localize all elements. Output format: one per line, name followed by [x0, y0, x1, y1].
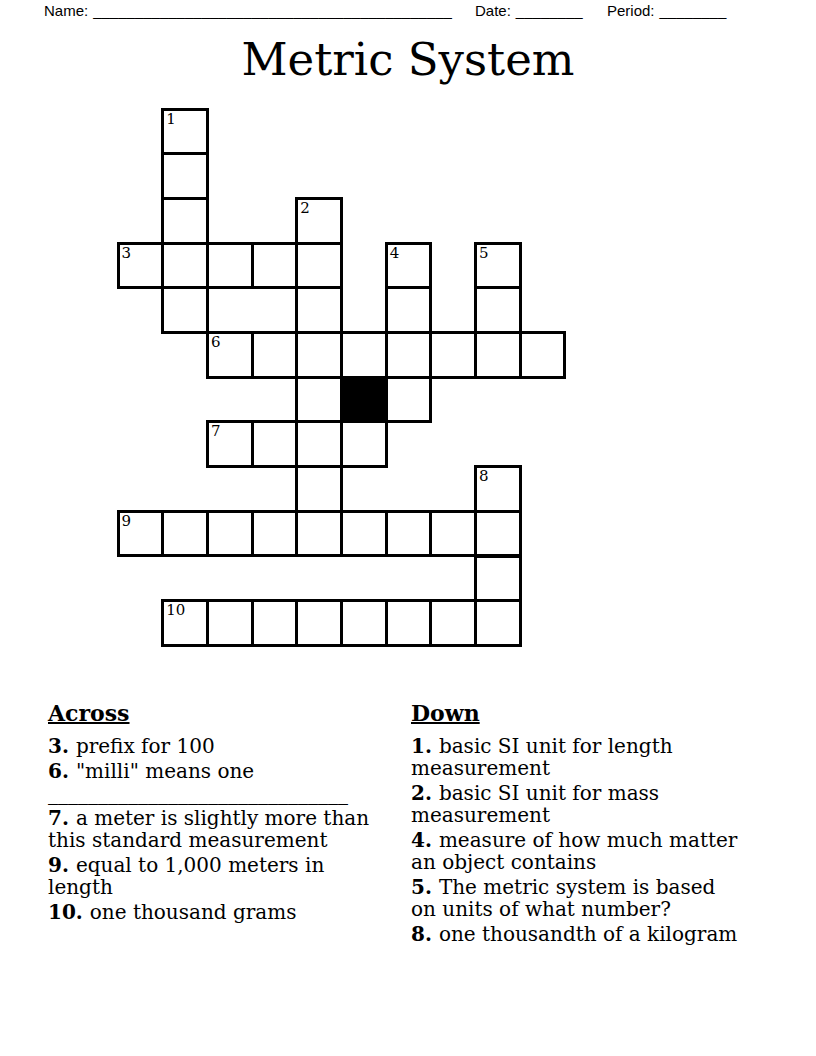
grid-cell[interactable]	[295, 376, 343, 424]
grid-cell[interactable]	[429, 599, 477, 647]
down-clue-4-number: 4.	[411, 828, 432, 852]
down-clue-1-text: basic SI unit for length measurement	[411, 734, 673, 780]
grid-cell[interactable]	[519, 331, 567, 379]
grid-cell[interactable]	[295, 510, 343, 558]
grid-cell[interactable]	[385, 599, 433, 647]
grid-cell[interactable]	[251, 599, 299, 647]
across-clue-7-number: 7.	[48, 806, 69, 830]
clue-number: 7	[211, 423, 221, 439]
across-heading: Across	[48, 700, 400, 726]
clue-number: 5	[479, 245, 489, 261]
down-clue-1: 1.basic SI unit for length measurement	[411, 735, 785, 779]
grid-cell[interactable]	[340, 420, 388, 468]
grid-cell[interactable]	[474, 286, 522, 334]
grid-cell[interactable]: 10	[161, 599, 209, 647]
grid-cell[interactable]: 6	[206, 331, 254, 379]
across-clue-6-number: 6.	[48, 759, 69, 783]
grid-cell[interactable]	[295, 420, 343, 468]
grid-cell[interactable]	[295, 331, 343, 379]
across-clue-6: 6."milli" means one ____________________…	[48, 760, 400, 804]
down-clue-2: 2.basic SI unit for mass measurement	[411, 782, 785, 826]
grid-cell[interactable]: 9	[117, 510, 165, 558]
across-clues: Across 3.prefix for 100 6."milli" means …	[48, 700, 400, 926]
name-label: Name:	[44, 2, 88, 19]
period-blank[interactable]: ________	[660, 2, 727, 19]
grid-cell[interactable]	[161, 286, 209, 334]
name-field: Name:___________________________________…	[44, 2, 452, 20]
down-clue-1-number: 1.	[411, 734, 432, 758]
grid-cell[interactable]	[340, 331, 388, 379]
across-clue-9: 9.equal to 1,000 meters in length	[48, 854, 400, 898]
name-blank[interactable]: ________________________________________…	[93, 2, 452, 19]
date-label: Date:	[475, 2, 511, 19]
clue-number: 4	[390, 245, 400, 261]
across-clue-10: 10.one thousand grams	[48, 901, 400, 923]
across-clue-7: 7.a meter is slightly more than this sta…	[48, 807, 400, 851]
grid-cell[interactable]	[474, 599, 522, 647]
clue-number: 2	[300, 200, 310, 216]
clue-number: 6	[211, 334, 221, 350]
grid-cell[interactable]	[385, 331, 433, 379]
across-clue-3: 3.prefix for 100	[48, 735, 400, 757]
grid-cell[interactable]	[295, 242, 343, 290]
grid-cell[interactable]	[474, 555, 522, 603]
grid-cell[interactable]	[474, 510, 522, 558]
grid-cell[interactable]: 7	[206, 420, 254, 468]
across-clue-3-number: 3.	[48, 734, 69, 758]
grid-cell[interactable]	[206, 510, 254, 558]
across-clue-7-text: a meter is slightly more than this stand…	[48, 806, 369, 852]
page-title: Metric System	[0, 33, 816, 87]
grid-cell[interactable]	[385, 510, 433, 558]
clue-number: 9	[122, 513, 132, 529]
down-clues: Down 1.basic SI unit for length measurem…	[411, 700, 785, 948]
clue-number: 8	[479, 468, 489, 484]
down-clue-8-number: 8.	[411, 922, 432, 946]
worksheet-page: Name:___________________________________…	[0, 0, 816, 1056]
grid-cell[interactable]: 1	[161, 108, 209, 156]
grid-cell[interactable]	[251, 510, 299, 558]
down-clue-5-text: The metric system is based on units of w…	[411, 875, 715, 921]
down-clue-2-number: 2.	[411, 781, 432, 805]
across-clue-10-number: 10.	[48, 900, 83, 924]
down-clue-8: 8.one thousandth of a kilogram	[411, 923, 785, 945]
grid-cell[interactable]	[251, 420, 299, 468]
grid-cell[interactable]	[429, 331, 477, 379]
grid-cell[interactable]	[385, 376, 433, 424]
period-field: Period:________	[607, 2, 726, 20]
grid-cell[interactable]	[295, 286, 343, 334]
grid-cell[interactable]	[161, 152, 209, 200]
grid-cell[interactable]	[161, 510, 209, 558]
across-clue-10-text: one thousand grams	[90, 900, 297, 924]
grid-cell[interactable]	[206, 599, 254, 647]
across-clue-6-text: "milli" means one ______________________…	[48, 759, 348, 805]
date-blank[interactable]: ________	[516, 2, 583, 19]
grid-cell[interactable]: 8	[474, 465, 522, 513]
grid-cell[interactable]	[295, 465, 343, 513]
grid-cell[interactable]	[385, 286, 433, 334]
across-clue-9-number: 9.	[48, 853, 69, 877]
date-field: Date:________	[475, 2, 583, 20]
down-clue-5-number: 5.	[411, 875, 432, 899]
down-clue-5: 5.The metric system is based on units of…	[411, 876, 785, 920]
down-clue-4-text: measure of how much matter an object con…	[411, 828, 737, 874]
grid-cell[interactable]	[295, 599, 343, 647]
grid-cell[interactable]	[474, 331, 522, 379]
black-cell	[340, 376, 388, 424]
grid-cell[interactable]	[251, 242, 299, 290]
clue-number: 3	[122, 245, 132, 261]
clue-number: 10	[166, 602, 185, 618]
clue-number: 1	[166, 111, 176, 127]
worksheet-header: Name:___________________________________…	[0, 2, 816, 24]
down-heading: Down	[411, 700, 785, 726]
grid-cell[interactable]	[340, 510, 388, 558]
period-label: Period:	[607, 2, 655, 19]
grid-cell[interactable]: 2	[295, 197, 343, 245]
grid-cell[interactable]: 5	[474, 242, 522, 290]
down-clue-8-text: one thousandth of a kilogram	[439, 922, 737, 946]
grid-cell[interactable]: 3	[117, 242, 165, 290]
grid-cell[interactable]	[340, 599, 388, 647]
down-clue-2-text: basic SI unit for mass measurement	[411, 781, 659, 827]
crossword-grid: 12345678910	[118, 109, 565, 646]
grid-cell[interactable]	[161, 197, 209, 245]
grid-cell[interactable]	[206, 242, 254, 290]
grid-cell[interactable]	[161, 242, 209, 290]
grid-cell[interactable]	[429, 510, 477, 558]
grid-cell[interactable]: 4	[385, 242, 433, 290]
grid-cell[interactable]	[251, 331, 299, 379]
down-clue-4: 4.measure of how much matter an object c…	[411, 829, 785, 873]
across-clue-9-text: equal to 1,000 meters in length	[48, 853, 324, 899]
across-clue-3-text: prefix for 100	[76, 734, 215, 758]
